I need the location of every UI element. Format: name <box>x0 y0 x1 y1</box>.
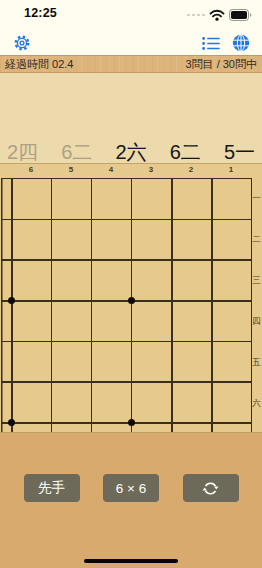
board-cell[interactable] <box>131 342 171 383</box>
board-cell[interactable] <box>212 219 252 260</box>
control-buttons-row: 先手 6 × 6 <box>0 474 262 502</box>
list-button[interactable] <box>200 32 222 54</box>
refresh-button[interactable] <box>183 474 239 502</box>
board-cell[interactable] <box>10 178 50 219</box>
file-label: 4 <box>91 165 131 177</box>
move-sequence-row: 2四 6二 2六 6二 5一 <box>0 141 262 163</box>
answer-area: 2四 6二 2六 6二 5一 <box>0 73 262 163</box>
status-bar: 12:25 <box>0 0 262 30</box>
wifi-icon <box>209 9 225 21</box>
sente-button[interactable]: 先手 <box>24 474 80 502</box>
board-cell[interactable] <box>10 342 50 383</box>
board-cell[interactable] <box>171 342 211 383</box>
file-label: 3 <box>131 165 171 177</box>
star-point <box>128 419 135 426</box>
toolbar <box>0 30 262 55</box>
board-cell[interactable] <box>50 342 90 383</box>
board-cell[interactable] <box>171 383 211 424</box>
board-cell[interactable] <box>50 260 90 301</box>
clock: 12:25 <box>24 6 57 20</box>
rank-label: 一 <box>251 178 262 219</box>
info-bar: 経過時間 02.4 3問目 / 30問中 <box>0 55 262 73</box>
gear-icon <box>13 34 31 52</box>
board-cell[interactable] <box>10 383 50 424</box>
board-cell[interactable] <box>91 178 131 219</box>
rank-label: 三 <box>251 260 262 301</box>
star-point <box>128 297 135 304</box>
board-cell[interactable] <box>91 342 131 383</box>
board-cell[interactable] <box>212 342 252 383</box>
cellular-signal-icon <box>187 14 205 17</box>
board-cell[interactable] <box>131 301 171 342</box>
battery-icon <box>229 9 252 21</box>
board-cell[interactable] <box>10 301 50 342</box>
rank-labels: 一 二 三 四 五 六 <box>251 178 262 424</box>
board-cell[interactable] <box>212 383 252 424</box>
board-cell[interactable] <box>131 383 171 424</box>
board-cell[interactable] <box>171 301 211 342</box>
board-cell[interactable] <box>50 219 90 260</box>
board-cell[interactable] <box>131 260 171 301</box>
board-cell[interactable] <box>171 260 211 301</box>
refresh-icon <box>202 480 219 497</box>
move-coordinate: 2六 <box>115 141 146 163</box>
board-cell[interactable] <box>10 260 50 301</box>
board-cell[interactable] <box>91 219 131 260</box>
board-cell[interactable] <box>212 301 252 342</box>
rank-label: 六 <box>251 383 262 424</box>
settings-button[interactable] <box>11 32 33 54</box>
board-cell[interactable] <box>171 219 211 260</box>
globe-icon <box>232 34 250 52</box>
list-icon <box>202 36 220 51</box>
board-cell[interactable] <box>91 383 131 424</box>
system-status-icons <box>187 9 252 21</box>
board-cell[interactable] <box>131 219 171 260</box>
board-size-button[interactable]: 6 × 6 <box>103 474 159 502</box>
board-cell[interactable] <box>171 178 211 219</box>
board-cell[interactable] <box>91 260 131 301</box>
home-indicator[interactable] <box>84 559 178 564</box>
elapsed-time-label: 経過時間 02.4 <box>5 57 73 72</box>
move-coordinate: 6二 <box>61 141 92 163</box>
rank-label: 五 <box>251 342 262 383</box>
language-button[interactable] <box>230 32 252 54</box>
board-cell[interactable] <box>212 260 252 301</box>
file-label: 5 <box>51 165 91 177</box>
board-cell[interactable] <box>91 301 131 342</box>
shogi-board: 6 5 4 3 2 1 一 二 三 四 五 六 <box>0 163 262 433</box>
progress-label: 3問目 / 30問中 <box>185 57 257 72</box>
board-cell[interactable] <box>50 383 90 424</box>
board-cell[interactable] <box>50 301 90 342</box>
file-label: 2 <box>171 165 211 177</box>
board-cell[interactable] <box>212 178 252 219</box>
rank-label: 二 <box>251 219 262 260</box>
phone-frame: 12:25 <box>0 0 262 568</box>
move-coordinate: 2四 <box>7 141 38 163</box>
board-cell[interactable] <box>10 219 50 260</box>
move-coordinate: 5一 <box>224 141 255 163</box>
file-labels: 6 5 4 3 2 1 <box>11 165 251 177</box>
bottom-panel: 先手 6 × 6 <box>0 433 262 568</box>
board-cell[interactable] <box>131 178 171 219</box>
star-point <box>8 419 15 426</box>
board-cell[interactable] <box>50 178 90 219</box>
file-label: 6 <box>11 165 51 177</box>
file-label: 1 <box>211 165 251 177</box>
star-point <box>8 297 15 304</box>
rank-label: 四 <box>251 301 262 342</box>
move-coordinate: 6二 <box>170 141 201 163</box>
